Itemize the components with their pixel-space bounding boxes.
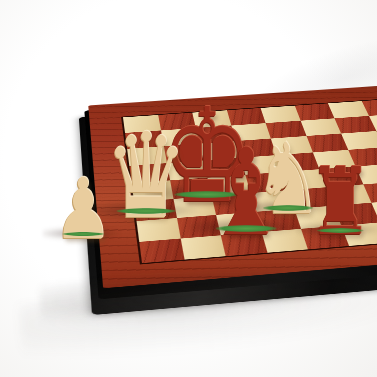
rook-glyph: ♜ <box>307 156 372 249</box>
pawn-glyph: ♟ <box>54 167 113 251</box>
light-pawn[interactable]: ♟ <box>54 167 113 251</box>
bishop-glyph: ♝ <box>204 133 288 253</box>
light-queen[interactable]: ♛ <box>105 117 188 235</box>
chess-set-photo: ♟ ♛ ♚ ♝ ♞ ♜ <box>0 0 377 377</box>
square-g6[interactable] <box>341 131 377 150</box>
red-rook[interactable]: ♜ <box>307 156 372 249</box>
red-bishop[interactable]: ♝ <box>204 133 288 253</box>
queen-glyph: ♛ <box>105 117 188 235</box>
